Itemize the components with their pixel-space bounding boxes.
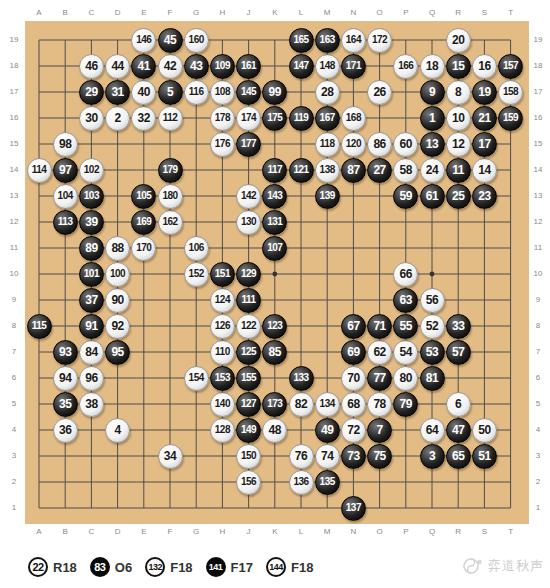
- coord-label: T: [508, 528, 513, 536]
- coord-label: 16: [534, 114, 543, 122]
- stone-r15: 12: [446, 132, 471, 157]
- stone-q15: 13: [420, 132, 445, 157]
- stone-b6: 94: [53, 366, 78, 391]
- stone-h18: 109: [210, 54, 235, 79]
- stone-n15: 120: [341, 132, 366, 157]
- coord-label: 6: [536, 374, 540, 382]
- stone-k8: 123: [262, 314, 287, 339]
- coord-label: 1: [536, 504, 540, 512]
- coord-label: 10: [10, 270, 19, 278]
- stone-j7: 125: [236, 340, 261, 365]
- stone-h16: 178: [210, 106, 235, 131]
- stone-p13: 59: [393, 184, 418, 209]
- move-number-chip: 83: [90, 557, 110, 577]
- stone-g10: 152: [184, 262, 209, 287]
- stone-b12: 113: [53, 210, 78, 235]
- stone-s18: 16: [472, 54, 497, 79]
- stone-g6: 154: [184, 366, 209, 391]
- stone-c12: 39: [79, 210, 104, 235]
- move-annotation: 141F17: [206, 557, 253, 577]
- stone-j4: 149: [236, 418, 261, 443]
- stone-j6: 155: [236, 366, 261, 391]
- stone-m3: 74: [315, 444, 340, 469]
- coord-label: E: [141, 528, 146, 536]
- stone-q18: 18: [420, 54, 445, 79]
- stone-h5: 140: [210, 392, 235, 417]
- stone-l16: 119: [289, 106, 314, 131]
- move-point-label: R18: [53, 560, 77, 575]
- coord-label: F: [168, 9, 173, 17]
- stone-n3: 73: [341, 444, 366, 469]
- stone-k12: 131: [262, 210, 287, 235]
- coord-label: 8: [536, 322, 540, 330]
- stone-d8: 92: [105, 314, 130, 339]
- coord-label: 15: [534, 140, 543, 148]
- move-point-label: F17: [231, 560, 253, 575]
- stone-e11: 170: [131, 236, 156, 261]
- coord-label: 7: [536, 348, 540, 356]
- stone-f16: 112: [158, 106, 183, 131]
- stone-p14: 58: [393, 158, 418, 183]
- stone-t17: 158: [498, 80, 523, 105]
- stone-o15: 86: [367, 132, 392, 157]
- coord-label: J: [247, 528, 251, 536]
- stone-e17: 40: [131, 80, 156, 105]
- stone-q13: 61: [420, 184, 445, 209]
- stone-m14: 138: [315, 158, 340, 183]
- stone-p8: 55: [393, 314, 418, 339]
- stone-f17: 5: [158, 80, 183, 105]
- stone-c5: 38: [79, 392, 104, 417]
- coord-label: 17: [10, 88, 19, 96]
- stone-d7: 95: [105, 340, 130, 365]
- move-annotation: 83O6: [90, 557, 132, 577]
- coord-label: N: [351, 528, 357, 536]
- coord-label: C: [89, 9, 95, 17]
- coord-label: 5: [12, 400, 16, 408]
- stone-s3: 51: [472, 444, 497, 469]
- stone-j3: 150: [236, 444, 261, 469]
- stone-r3: 65: [446, 444, 471, 469]
- stone-g11: 106: [184, 236, 209, 261]
- stone-j8: 122: [236, 314, 261, 339]
- stone-f18: 42: [158, 54, 183, 79]
- coord-label: 5: [536, 400, 540, 408]
- stone-r14: 11: [446, 158, 471, 183]
- stone-h8: 126: [210, 314, 235, 339]
- stone-r16: 10: [446, 106, 471, 131]
- stone-p5: 79: [393, 392, 418, 417]
- stone-n5: 68: [341, 392, 366, 417]
- stone-q14: 24: [420, 158, 445, 183]
- stone-g18: 43: [184, 54, 209, 79]
- stone-d18: 44: [105, 54, 130, 79]
- stone-o6: 77: [367, 366, 392, 391]
- coord-label: H: [220, 528, 226, 536]
- stone-d11: 88: [105, 236, 130, 261]
- coord-label: M: [324, 9, 331, 17]
- stone-f14: 179: [158, 158, 183, 183]
- stone-b7: 93: [53, 340, 78, 365]
- stone-p10: 66: [393, 262, 418, 287]
- watermark-logo-icon: [462, 556, 484, 576]
- coord-label: S: [482, 9, 487, 17]
- stone-n16: 168: [341, 106, 366, 131]
- stone-c7: 84: [79, 340, 104, 365]
- stone-p18: 166: [393, 54, 418, 79]
- stone-e19: 146: [131, 28, 156, 53]
- stone-m13: 139: [315, 184, 340, 209]
- stone-k13: 143: [262, 184, 287, 209]
- stone-j12: 130: [236, 210, 261, 235]
- coord-label: E: [141, 9, 146, 17]
- stone-j2: 156: [236, 470, 261, 495]
- stone-p6: 80: [393, 366, 418, 391]
- stone-c18: 46: [79, 54, 104, 79]
- stone-r18: 15: [446, 54, 471, 79]
- move-point-label: F18: [291, 560, 313, 575]
- coord-label: 3: [12, 452, 16, 460]
- coord-label: 18: [10, 62, 19, 70]
- coord-label: D: [115, 9, 121, 17]
- stone-c14: 102: [79, 158, 104, 183]
- stone-h17: 108: [210, 80, 235, 105]
- stone-c10: 101: [79, 262, 104, 287]
- coord-label: J: [247, 9, 251, 17]
- stone-n7: 69: [341, 340, 366, 365]
- stone-e18: 41: [131, 54, 156, 79]
- coord-label: 13: [534, 192, 543, 200]
- coord-label: 1: [12, 504, 16, 512]
- coord-label: T: [508, 9, 513, 17]
- stone-q3: 3: [420, 444, 445, 469]
- stone-c17: 29: [79, 80, 104, 105]
- coord-label: R: [455, 9, 461, 17]
- move-point-label: O6: [115, 560, 132, 575]
- watermark-text: 弈道秋声: [488, 557, 544, 575]
- stone-m17: 28: [315, 80, 340, 105]
- stone-e13: 105: [131, 184, 156, 209]
- coord-label: P: [403, 9, 408, 17]
- coord-label: 3: [536, 452, 540, 460]
- stone-f3: 34: [158, 444, 183, 469]
- stone-q8: 52: [420, 314, 445, 339]
- coord-label: 19: [10, 36, 19, 44]
- stone-m19: 163: [315, 28, 340, 53]
- stone-s14: 14: [472, 158, 497, 183]
- stone-r4: 47: [446, 418, 471, 443]
- stone-s16: 21: [472, 106, 497, 131]
- stone-k11: 107: [262, 236, 287, 261]
- stone-g17: 116: [184, 80, 209, 105]
- stone-c9: 37: [79, 288, 104, 313]
- stone-p15: 60: [393, 132, 418, 157]
- stone-d10: 100: [105, 262, 130, 287]
- stone-c6: 96: [79, 366, 104, 391]
- stone-n1: 137: [341, 496, 366, 521]
- stone-b15: 98: [53, 132, 78, 157]
- go-board: 1234567891011121314151617181920212324252…: [25, 21, 529, 524]
- coord-label: O: [376, 528, 382, 536]
- coord-label: 8: [12, 322, 16, 330]
- coord-label: 14: [10, 166, 19, 174]
- star-point: [430, 272, 435, 277]
- coord-label: L: [299, 9, 303, 17]
- stone-r8: 33: [446, 314, 471, 339]
- move-annotation-bar: 22R1883O6132F18141F17144F18: [28, 555, 313, 579]
- stone-n18: 171: [341, 54, 366, 79]
- coord-label: K: [272, 9, 277, 17]
- coord-label: G: [193, 528, 199, 536]
- stone-k4: 48: [262, 418, 287, 443]
- coord-label: Q: [429, 9, 435, 17]
- stone-h10: 151: [210, 262, 235, 287]
- stone-l19: 165: [289, 28, 314, 53]
- coord-label: L: [299, 528, 303, 536]
- coord-label: 2: [536, 478, 540, 486]
- stone-h15: 176: [210, 132, 235, 157]
- coord-label: H: [220, 9, 226, 17]
- coord-label: P: [403, 528, 408, 536]
- stone-h4: 128: [210, 418, 235, 443]
- stone-q6: 81: [420, 366, 445, 391]
- stone-h7: 110: [210, 340, 235, 365]
- stone-n19: 164: [341, 28, 366, 53]
- move-annotation: 22R18: [28, 557, 77, 577]
- coord-label: 2: [12, 478, 16, 486]
- stone-f13: 180: [158, 184, 183, 209]
- stone-r7: 57: [446, 340, 471, 365]
- stone-q17: 9: [420, 80, 445, 105]
- stone-m15: 118: [315, 132, 340, 157]
- coord-label: D: [115, 528, 121, 536]
- stone-c16: 30: [79, 106, 104, 131]
- stone-l18: 147: [289, 54, 314, 79]
- coord-label: S: [482, 528, 487, 536]
- stone-k14: 117: [262, 158, 287, 183]
- stone-b5: 35: [53, 392, 78, 417]
- stone-k17: 99: [262, 80, 287, 105]
- stone-o4: 7: [367, 418, 392, 443]
- stone-n6: 70: [341, 366, 366, 391]
- stone-j10: 129: [236, 262, 261, 287]
- stone-j16: 174: [236, 106, 261, 131]
- stone-r5: 6: [446, 392, 471, 417]
- stone-q4: 64: [420, 418, 445, 443]
- stone-l5: 82: [289, 392, 314, 417]
- stone-a8: 115: [27, 314, 52, 339]
- stone-o5: 78: [367, 392, 392, 417]
- stone-m16: 167: [315, 106, 340, 131]
- coord-label: F: [168, 528, 173, 536]
- coord-label: 13: [10, 192, 19, 200]
- move-number-chip: 144: [266, 557, 286, 577]
- coord-label: 18: [534, 62, 543, 70]
- stone-d9: 90: [105, 288, 130, 313]
- stone-j5: 127: [236, 392, 261, 417]
- coord-label: 6: [12, 374, 16, 382]
- stone-s17: 19: [472, 80, 497, 105]
- stone-j9: 111: [236, 288, 261, 313]
- stone-l6: 133: [289, 366, 314, 391]
- stone-h6: 153: [210, 366, 235, 391]
- stone-q16: 1: [420, 106, 445, 131]
- stone-k16: 175: [262, 106, 287, 131]
- move-number-chip: 22: [28, 557, 48, 577]
- coord-label: 19: [534, 36, 543, 44]
- coord-label: 12: [10, 218, 19, 226]
- coord-label: A: [36, 9, 41, 17]
- coord-label: K: [272, 528, 277, 536]
- coord-label: C: [89, 528, 95, 536]
- coord-label: 9: [12, 296, 16, 304]
- stone-p7: 54: [393, 340, 418, 365]
- watermark: 弈道秋声: [462, 556, 544, 576]
- stone-g19: 160: [184, 28, 209, 53]
- coord-label: A: [36, 528, 41, 536]
- stone-l2: 136: [289, 470, 314, 495]
- stone-p9: 63: [393, 288, 418, 313]
- stone-r19: 20: [446, 28, 471, 53]
- stone-f19: 45: [158, 28, 183, 53]
- stone-e16: 32: [131, 106, 156, 131]
- stone-j17: 145: [236, 80, 261, 105]
- stone-o17: 26: [367, 80, 392, 105]
- coord-label: B: [63, 9, 68, 17]
- coord-label: 4: [12, 426, 16, 434]
- coord-label: 11: [10, 244, 18, 252]
- coord-label: M: [324, 528, 331, 536]
- move-point-label: F18: [170, 560, 192, 575]
- move-annotation: 144F18: [266, 557, 313, 577]
- stone-c11: 89: [79, 236, 104, 261]
- stone-o8: 71: [367, 314, 392, 339]
- coord-label: N: [351, 9, 357, 17]
- coord-label: G: [193, 9, 199, 17]
- coord-label: 12: [534, 218, 543, 226]
- stone-b13: 104: [53, 184, 78, 209]
- coord-label: Q: [429, 528, 435, 536]
- coord-label: 15: [10, 140, 19, 148]
- stone-m18: 148: [315, 54, 340, 79]
- stone-b14: 97: [53, 158, 78, 183]
- stone-j18: 161: [236, 54, 261, 79]
- stone-t18: 157: [498, 54, 523, 79]
- coord-label: 14: [534, 166, 543, 174]
- stone-m2: 135: [315, 470, 340, 495]
- coord-label: 9: [536, 296, 540, 304]
- stone-b4: 36: [53, 418, 78, 443]
- stone-d4: 4: [105, 418, 130, 443]
- stone-t16: 159: [498, 106, 523, 131]
- stone-m4: 49: [315, 418, 340, 443]
- stone-o7: 62: [367, 340, 392, 365]
- coord-label: 16: [10, 114, 19, 122]
- stone-o14: 27: [367, 158, 392, 183]
- stone-n4: 72: [341, 418, 366, 443]
- star-point: [272, 272, 277, 277]
- stone-o3: 75: [367, 444, 392, 469]
- stone-f12: 162: [158, 210, 183, 235]
- stone-m5: 134: [315, 392, 340, 417]
- stone-o19: 172: [367, 28, 392, 53]
- coord-label: 10: [534, 270, 543, 278]
- stone-q9: 56: [420, 288, 445, 313]
- stone-l3: 76: [289, 444, 314, 469]
- stone-n8: 67: [341, 314, 366, 339]
- coord-label: O: [376, 9, 382, 17]
- coord-label: 17: [534, 88, 543, 96]
- stone-l14: 121: [289, 158, 314, 183]
- stone-a14: 114: [27, 158, 52, 183]
- stone-d17: 31: [105, 80, 130, 105]
- stone-s4: 50: [472, 418, 497, 443]
- move-annotation: 132F18: [145, 557, 192, 577]
- move-number-chip: 132: [145, 557, 165, 577]
- stone-e12: 169: [131, 210, 156, 235]
- stone-q7: 53: [420, 340, 445, 365]
- stone-k5: 173: [262, 392, 287, 417]
- stone-n14: 87: [341, 158, 366, 183]
- coord-label: 11: [534, 244, 542, 252]
- stone-r17: 8: [446, 80, 471, 105]
- coord-label: B: [63, 528, 68, 536]
- coord-label: 4: [536, 426, 540, 434]
- move-number-chip: 141: [206, 557, 226, 577]
- stone-s15: 17: [472, 132, 497, 157]
- stone-s13: 23: [472, 184, 497, 209]
- stone-c13: 103: [79, 184, 104, 209]
- coord-label: R: [455, 528, 461, 536]
- stone-j15: 177: [236, 132, 261, 157]
- stone-d16: 2: [105, 106, 130, 131]
- stone-j13: 142: [236, 184, 261, 209]
- stone-r13: 25: [446, 184, 471, 209]
- coord-label: 7: [12, 348, 16, 356]
- stone-c8: 91: [79, 314, 104, 339]
- stone-k7: 85: [262, 340, 287, 365]
- stone-h9: 124: [210, 288, 235, 313]
